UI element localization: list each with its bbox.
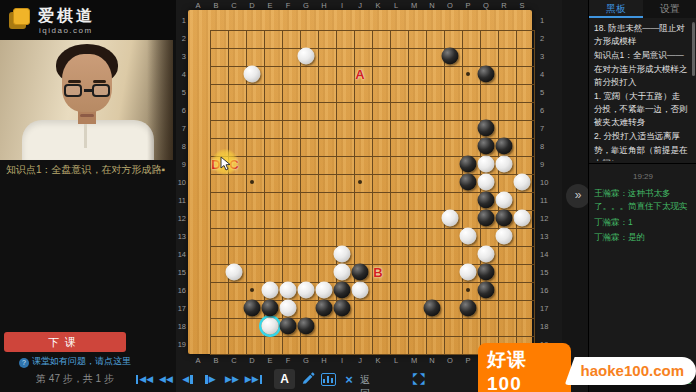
black-stone-P9[interactable] <box>460 156 477 173</box>
black-stone-G18[interactable] <box>298 318 315 335</box>
black-stone-F18[interactable] <box>280 318 297 335</box>
col-label-top-E: E <box>265 1 275 10</box>
col-label-bottom-L: L <box>391 356 401 365</box>
white-stone-Q10[interactable] <box>478 174 495 191</box>
star-point-P16 <box>466 288 470 292</box>
col-label-bottom-E: E <box>265 356 275 365</box>
row-label-left-10: 10 <box>176 178 186 187</box>
col-label-bottom-G: G <box>301 356 311 365</box>
col-label-top-D: D <box>247 1 257 10</box>
white-stone-F16[interactable] <box>280 282 297 299</box>
col-label-top-S: S <box>517 1 527 10</box>
prev-move-button[interactable]: ◀ <box>178 370 198 388</box>
black-stone-Q12[interactable] <box>478 210 495 227</box>
white-stone-P15[interactable] <box>460 264 477 281</box>
black-stone-J15[interactable] <box>352 264 369 281</box>
col-label-top-M: M <box>409 1 419 10</box>
row-label-right-11: 11 <box>540 196 554 205</box>
row-label-left-14: 14 <box>176 250 186 259</box>
col-label-bottom-O: O <box>445 356 455 365</box>
white-stone-R11[interactable] <box>496 192 513 209</box>
white-stone-R13[interactable] <box>496 228 513 245</box>
logo-title: 爱棋道 <box>38 6 95 27</box>
note-line-4: 2. 分投打入适当远离厚势，靠近角部（前提是在中间） <box>594 130 688 161</box>
col-label-bottom-D: D <box>247 356 257 365</box>
col-label-bottom-C: C <box>229 356 239 365</box>
star-point-D16 <box>250 288 254 292</box>
row-label-right-1: 1 <box>540 16 554 25</box>
left-panel: 爱棋道 iqidao.com 知识点1：全盘意识，在对方形成路▪ 下课 ?课堂如… <box>0 0 176 392</box>
question-icon: ? <box>19 358 29 368</box>
white-stone-F17[interactable] <box>280 300 297 317</box>
row-label-right-15: 15 <box>540 268 554 277</box>
black-stone-H17[interactable] <box>316 300 333 317</box>
white-stone-G3[interactable] <box>298 48 315 65</box>
col-label-top-L: L <box>391 1 401 10</box>
col-label-bottom-M: M <box>409 356 419 365</box>
row-label-left-11: 11 <box>176 196 186 205</box>
chat-message-1: 王瀚霖：这种书太多了。。。简直住下太现实 <box>594 187 692 213</box>
col-label-top-H: H <box>319 1 329 10</box>
fullscreen-icon[interactable]: ◤◥◣◢ <box>410 370 430 388</box>
black-stone-Q8[interactable] <box>478 138 495 155</box>
blackboard-notes: 18. 防患未然——阻止对方形成模样知识点1：全局意识——在对方连片形成大模样之… <box>589 19 693 161</box>
teacher-webcam-video <box>0 40 173 160</box>
note-line-2: 知识点1：全局意识——在对方连片形成大模样之前分投打入 <box>594 49 688 89</box>
go-board-area: AABBCCDDEEFFGGHHIIJJKKLLMMNNOOPPQQRRSS11… <box>176 0 562 392</box>
chat-area: 19:29 王瀚霖：这种书太多了。。。简直住下太现实丁瀚霖：1丁瀚霖：是的 <box>589 163 696 365</box>
white-stone-Q9[interactable] <box>478 156 495 173</box>
class-help-link[interactable]: ?课堂如有问题，请点这里 <box>0 355 150 368</box>
black-stone-N17[interactable] <box>424 300 441 317</box>
white-stone-C15[interactable] <box>226 264 243 281</box>
black-stone-Q11[interactable] <box>478 192 495 209</box>
row-label-left-18: 18 <box>176 322 186 331</box>
black-stone-E17[interactable] <box>262 300 279 317</box>
row-label-left-3: 3 <box>176 52 186 61</box>
row-label-left-8: 8 <box>176 142 186 151</box>
col-label-top-I: I <box>337 1 347 10</box>
col-label-top-N: N <box>427 1 437 10</box>
watermark-badge: 好课100 <box>478 343 571 392</box>
chat-message-3: 丁瀚霖：是的 <box>594 231 692 244</box>
row-label-left-7: 7 <box>176 124 186 133</box>
iqidao-logo-icon <box>9 8 31 30</box>
glasses-left-lens <box>64 84 82 97</box>
row-label-right-18: 18 <box>540 322 554 331</box>
row-label-left-4: 4 <box>176 70 186 79</box>
white-stone-E18[interactable] <box>262 318 279 335</box>
row-label-right-13: 13 <box>540 232 554 241</box>
collapse-panel-button[interactable]: » <box>566 184 590 208</box>
col-label-top-R: R <box>499 1 509 10</box>
row-label-left-12: 12 <box>176 214 186 223</box>
row-label-left-17: 17 <box>176 304 186 313</box>
black-stone-R12[interactable] <box>496 210 513 227</box>
black-stone-O3[interactable] <box>442 48 459 65</box>
webcam-person-shirt <box>22 120 154 160</box>
panel-scrollbar[interactable] <box>692 24 695 76</box>
row-label-left-2: 2 <box>176 34 186 43</box>
white-stone-S10[interactable] <box>514 174 531 191</box>
col-label-bottom-P: P <box>463 356 473 365</box>
tab-黑板[interactable]: 黑板 <box>589 0 643 18</box>
go-last-button[interactable]: ▶▶ <box>244 370 264 388</box>
haoke100-watermark: 好课100 haoke100.com <box>478 352 696 390</box>
star-point-D10 <box>250 180 254 184</box>
right-panel: 黑板设置 18. 防患未然——阻止对方形成模样知识点1：全局意识——在对方连片形… <box>588 0 696 392</box>
go-first-button[interactable]: ◀◀ <box>134 370 154 388</box>
row-label-right-4: 4 <box>540 70 554 79</box>
white-stone-S12[interactable] <box>514 210 531 227</box>
white-stone-D4[interactable] <box>244 66 261 83</box>
col-label-top-J: J <box>355 1 365 10</box>
col-label-bottom-F: F <box>283 356 293 365</box>
tab-设置[interactable]: 设置 <box>643 0 696 18</box>
black-stone-Q7[interactable] <box>478 120 495 137</box>
white-stone-O12[interactable] <box>442 210 459 227</box>
white-stone-I15[interactable] <box>334 264 351 281</box>
row-label-right-12: 12 <box>540 214 554 223</box>
row-label-left-5: 5 <box>176 88 186 97</box>
col-label-bottom-H: H <box>319 356 329 365</box>
row-label-right-6: 6 <box>540 106 554 115</box>
col-label-top-C: C <box>229 1 239 10</box>
col-label-bottom-I: I <box>337 356 347 365</box>
white-stone-J16[interactable] <box>352 282 369 299</box>
black-stone-Q16[interactable] <box>478 282 495 299</box>
col-label-top-F: F <box>283 1 293 10</box>
row-label-right-5: 5 <box>540 88 554 97</box>
row-label-left-19: 19 <box>176 340 186 349</box>
panel-tabs: 黑板设置 <box>589 0 696 18</box>
forward-button[interactable]: ▶▶ <box>222 370 242 388</box>
row-label-right-3: 3 <box>540 52 554 61</box>
black-stone-I16[interactable] <box>334 282 351 299</box>
black-stone-P10[interactable] <box>460 174 477 191</box>
row-label-right-9: 9 <box>540 160 554 169</box>
col-label-bottom-J: J <box>355 356 365 365</box>
row-label-right-7: 7 <box>540 124 554 133</box>
white-stone-G16[interactable] <box>298 282 315 299</box>
pen-icon[interactable] <box>298 370 318 388</box>
col-label-top-A: A <box>193 1 203 10</box>
mouse-cursor-icon <box>220 156 231 175</box>
row-label-left-13: 13 <box>176 232 186 241</box>
row-label-left-1: 1 <box>176 16 186 25</box>
chat-message-2: 丁瀚霖：1 <box>594 216 692 229</box>
black-stone-P17[interactable] <box>460 300 477 317</box>
logo-bar: 爱棋道 iqidao.com <box>0 0 176 40</box>
row-label-left-16: 16 <box>176 286 186 295</box>
star-point-P4 <box>466 72 470 76</box>
white-stone-R9[interactable] <box>496 156 513 173</box>
col-label-bottom-B: B <box>211 356 221 365</box>
row-label-right-10: 10 <box>540 178 554 187</box>
next-move-button[interactable]: ▶ <box>200 370 220 388</box>
black-stone-Q15[interactable] <box>478 264 495 281</box>
logo-subtitle: iqidao.com <box>39 26 93 35</box>
end-class-button[interactable]: 下课 <box>4 332 126 352</box>
col-label-top-O: O <box>445 1 455 10</box>
black-stone-D17[interactable] <box>244 300 261 317</box>
chart-icon[interactable] <box>318 370 338 388</box>
col-label-bottom-N: N <box>427 356 437 365</box>
row-label-left-9: 9 <box>176 160 186 169</box>
col-label-bottom-K: K <box>373 356 383 365</box>
knowledge-point-ticker: 知识点1：全盘意识，在对方形成路▪ <box>0 160 176 180</box>
col-label-top-K: K <box>373 1 383 10</box>
watermark-domain: haoke100.com <box>565 357 696 385</box>
board-mark-A: A <box>355 67 364 82</box>
row-label-right-2: 2 <box>540 34 554 43</box>
return-mainline-button[interactable]: 返回主线 <box>360 373 370 392</box>
black-stone-Q4[interactable] <box>478 66 495 83</box>
note-line-3: 1. 宽阔（大于五路）走分投，不紧靠一边，否则被夹太难转身 <box>594 90 688 130</box>
chat-timestamp: 19:29 <box>594 172 692 181</box>
app-window: 爱棋道 iqidao.com 知识点1：全盘意识，在对方形成路▪ 下课 ?课堂如… <box>0 0 696 392</box>
board-mark-B: B <box>373 265 382 280</box>
col-label-top-Q: Q <box>481 1 491 10</box>
move-counter: 第 47 步，共 1 步 <box>0 372 150 386</box>
row-label-right-8: 8 <box>540 142 554 151</box>
col-label-top-P: P <box>463 1 473 10</box>
col-label-bottom-A: A <box>193 356 203 365</box>
row-label-left-15: 15 <box>176 268 186 277</box>
black-stone-R8[interactable] <box>496 138 513 155</box>
white-stone-I14[interactable] <box>334 246 351 263</box>
row-label-right-16: 16 <box>540 286 554 295</box>
row-label-right-17: 17 <box>540 304 554 313</box>
black-stone-I17[interactable] <box>334 300 351 317</box>
rewind-button[interactable]: ◀◀ <box>156 370 176 388</box>
row-label-left-6: 6 <box>176 106 186 115</box>
row-label-right-14: 14 <box>540 250 554 259</box>
col-label-top-G: G <box>301 1 311 10</box>
star-point-J10 <box>358 180 362 184</box>
glasses-right-lens <box>92 84 110 97</box>
white-stone-E16[interactable] <box>262 282 279 299</box>
white-stone-Q14[interactable] <box>478 246 495 263</box>
white-stone-P13[interactable] <box>460 228 477 245</box>
white-stone-H16[interactable] <box>316 282 333 299</box>
close-marks-icon[interactable]: × <box>339 370 359 388</box>
annotate-letter-button[interactable]: A <box>274 369 295 389</box>
col-label-top-B: B <box>211 1 221 10</box>
note-line-1: 18. 防患未然——阻止对方形成模样 <box>594 22 688 48</box>
